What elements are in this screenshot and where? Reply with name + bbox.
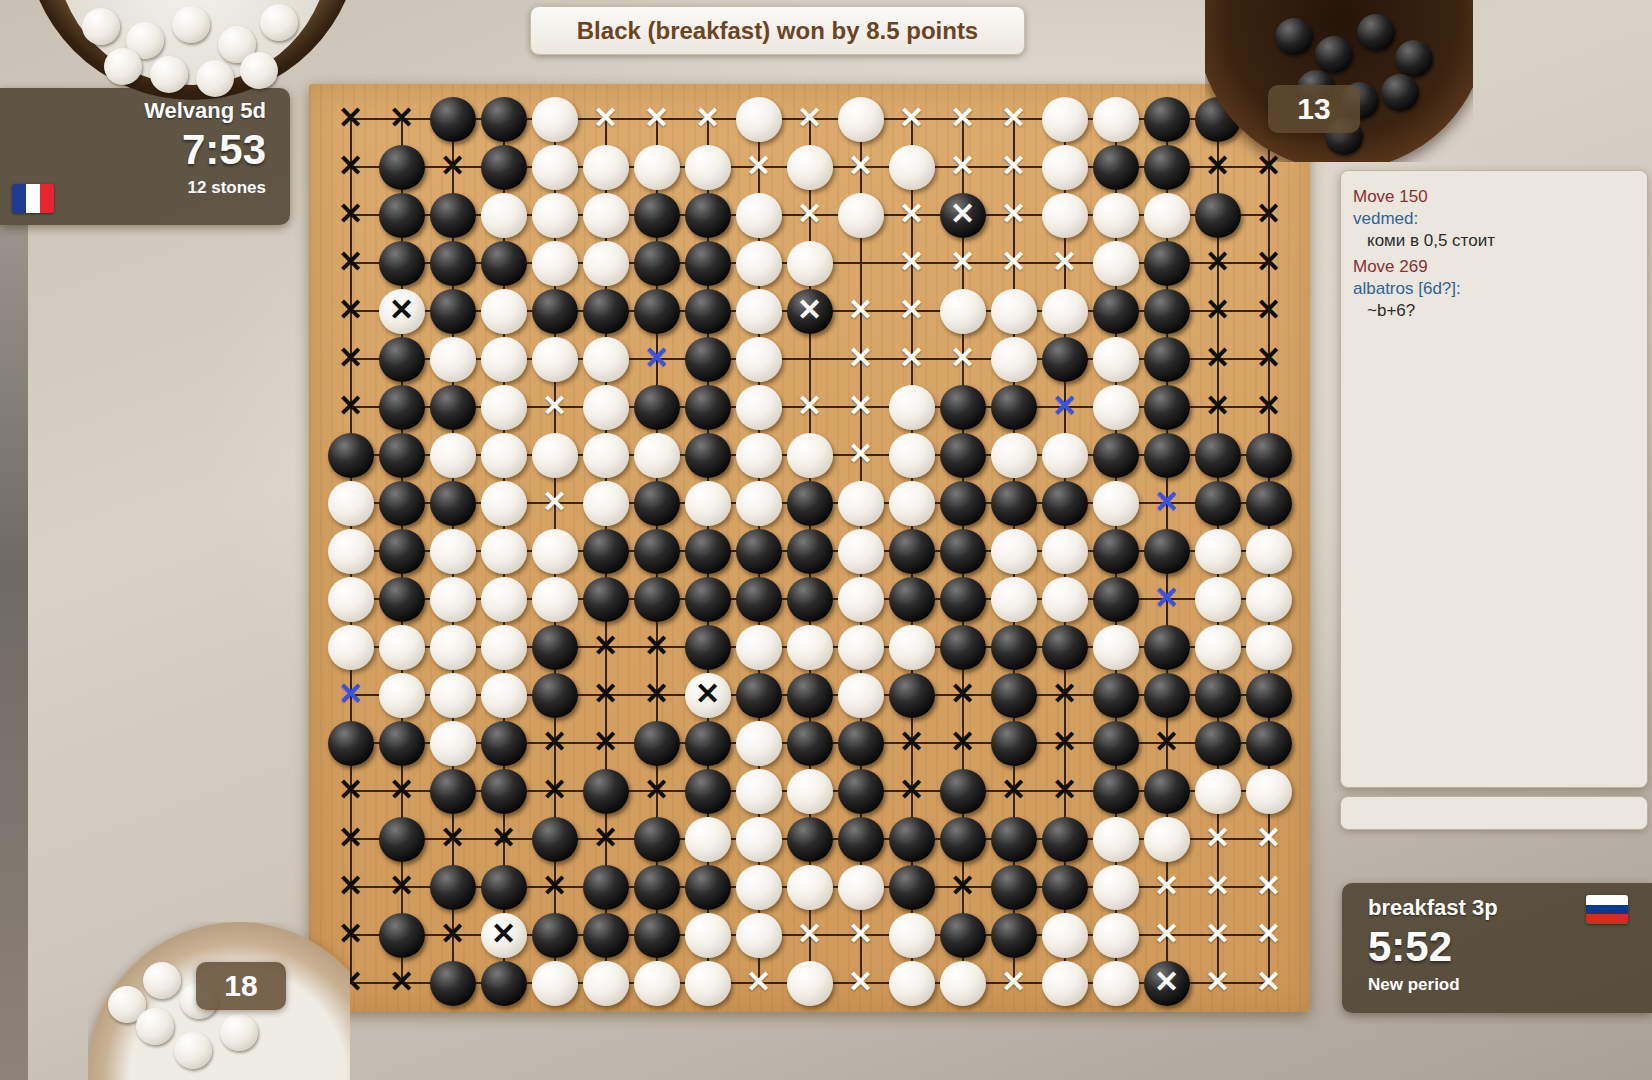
board-cell[interactable]: [427, 383, 478, 431]
board-cell[interactable]: ✕: [325, 191, 376, 239]
board-cell[interactable]: [1141, 239, 1192, 287]
board-cell[interactable]: [835, 719, 886, 767]
board-cell[interactable]: [835, 191, 886, 239]
board-cell[interactable]: [1192, 575, 1243, 623]
board-cell[interactable]: ✕: [1141, 479, 1192, 527]
board-cell[interactable]: [835, 527, 886, 575]
board-cell[interactable]: [682, 863, 733, 911]
board-cell[interactable]: [529, 335, 580, 383]
board-cell[interactable]: ✕: [376, 959, 427, 1007]
board-cell[interactable]: ✕: [580, 623, 631, 671]
board-cell[interactable]: [376, 575, 427, 623]
board-cell[interactable]: [478, 671, 529, 719]
board-cell[interactable]: [427, 527, 478, 575]
board-cell[interactable]: [733, 815, 784, 863]
board-cell[interactable]: [682, 383, 733, 431]
board-cell[interactable]: [1243, 575, 1294, 623]
board-cell[interactable]: ✕: [478, 815, 529, 863]
board-cell[interactable]: [835, 239, 886, 287]
board-cell[interactable]: [937, 431, 988, 479]
board-cell[interactable]: ✕: [631, 767, 682, 815]
board-cell[interactable]: ✕: [733, 959, 784, 1007]
board-cell[interactable]: [529, 911, 580, 959]
board-cell[interactable]: ✕: [1192, 863, 1243, 911]
board-cell[interactable]: [988, 623, 1039, 671]
board-cell[interactable]: [988, 431, 1039, 479]
board-cell[interactable]: [988, 479, 1039, 527]
board-cell[interactable]: [784, 719, 835, 767]
board-cell[interactable]: [529, 287, 580, 335]
chat-panel[interactable]: Move 150vedmed:коми в 0,5 стоитMove 269a…: [1340, 170, 1648, 788]
board-cell[interactable]: [1192, 719, 1243, 767]
board-cell[interactable]: [376, 527, 427, 575]
board-cell[interactable]: [325, 479, 376, 527]
board-cell[interactable]: ✕: [529, 863, 580, 911]
board-cell[interactable]: ✕: [1039, 719, 1090, 767]
board-cell[interactable]: [835, 95, 886, 143]
board-cell[interactable]: [937, 959, 988, 1007]
board-cell[interactable]: [529, 239, 580, 287]
board-cell[interactable]: ✕: [325, 143, 376, 191]
board-cell[interactable]: [1141, 815, 1192, 863]
board-cell[interactable]: ✕: [937, 335, 988, 383]
board-cell[interactable]: ✕: [937, 863, 988, 911]
board-cell[interactable]: [427, 863, 478, 911]
board-cell[interactable]: [886, 815, 937, 863]
board-cell[interactable]: [784, 575, 835, 623]
board-cell[interactable]: [682, 479, 733, 527]
board-cell[interactable]: [1090, 479, 1141, 527]
board-cell[interactable]: [427, 335, 478, 383]
board-cell[interactable]: [784, 239, 835, 287]
board-cell[interactable]: [988, 383, 1039, 431]
board-cell[interactable]: [1243, 767, 1294, 815]
board-cell[interactable]: [1192, 479, 1243, 527]
board-cell[interactable]: [529, 815, 580, 863]
board-cell[interactable]: ✕: [427, 815, 478, 863]
board-cell[interactable]: ✕: [1192, 959, 1243, 1007]
board-cell[interactable]: [682, 143, 733, 191]
board-cell[interactable]: ✕: [784, 95, 835, 143]
board-cell[interactable]: [1090, 911, 1141, 959]
board-cell[interactable]: [478, 863, 529, 911]
board-cell[interactable]: ✕: [937, 191, 988, 239]
board-cell[interactable]: [733, 287, 784, 335]
board-cell[interactable]: [733, 95, 784, 143]
board-cell[interactable]: [886, 911, 937, 959]
board-cell[interactable]: [325, 527, 376, 575]
board-cell[interactable]: [886, 575, 937, 623]
board-cell[interactable]: [325, 719, 376, 767]
board-cell[interactable]: [478, 335, 529, 383]
board-cell[interactable]: ✕: [1141, 863, 1192, 911]
board-cell[interactable]: ✕: [835, 335, 886, 383]
board-cell[interactable]: ✕: [1243, 863, 1294, 911]
board-cell[interactable]: [988, 335, 1039, 383]
board-cell[interactable]: [580, 143, 631, 191]
board-cell[interactable]: [886, 671, 937, 719]
board-cell[interactable]: [733, 575, 784, 623]
board-cell[interactable]: ✕: [376, 287, 427, 335]
board-cell[interactable]: [733, 335, 784, 383]
board-cell[interactable]: [427, 575, 478, 623]
board-cell[interactable]: [376, 431, 427, 479]
board-cell[interactable]: ✕: [1192, 287, 1243, 335]
board-cell[interactable]: [427, 719, 478, 767]
board-cell[interactable]: [988, 575, 1039, 623]
board-cell[interactable]: ✕: [988, 959, 1039, 1007]
board-cell[interactable]: [631, 239, 682, 287]
board-cell[interactable]: ✕: [580, 815, 631, 863]
board-cell[interactable]: ✕: [631, 95, 682, 143]
board-cell[interactable]: [1141, 95, 1192, 143]
board-cell[interactable]: [682, 623, 733, 671]
board-cell[interactable]: [1192, 191, 1243, 239]
board-cell[interactable]: [937, 479, 988, 527]
board-cell[interactable]: [733, 431, 784, 479]
board-cell[interactable]: ✕: [325, 767, 376, 815]
board-cell[interactable]: [1141, 287, 1192, 335]
board-cell[interactable]: ✕: [325, 335, 376, 383]
board-cell[interactable]: [325, 575, 376, 623]
board-cell[interactable]: [784, 671, 835, 719]
board-cell[interactable]: [580, 527, 631, 575]
board-cell[interactable]: [580, 767, 631, 815]
board-cell[interactable]: [631, 383, 682, 431]
board-cell[interactable]: ✕: [325, 383, 376, 431]
board-cell[interactable]: [733, 623, 784, 671]
board-cell[interactable]: [478, 383, 529, 431]
board-cell[interactable]: [1039, 479, 1090, 527]
board-cell[interactable]: [1141, 623, 1192, 671]
board-cell[interactable]: [376, 719, 427, 767]
board-cell[interactable]: [376, 815, 427, 863]
board-cell[interactable]: ✕: [835, 143, 886, 191]
board-cell[interactable]: ✕: [886, 719, 937, 767]
board-cell[interactable]: ✕: [937, 143, 988, 191]
board-cell[interactable]: [580, 431, 631, 479]
board-cell[interactable]: ✕: [580, 719, 631, 767]
board-cell[interactable]: [427, 287, 478, 335]
board-cell[interactable]: ✕: [784, 287, 835, 335]
board-cell[interactable]: [1039, 431, 1090, 479]
board-cell[interactable]: ✕: [937, 95, 988, 143]
board-cell[interactable]: [529, 623, 580, 671]
board-cell[interactable]: [1090, 575, 1141, 623]
board-cell[interactable]: [580, 335, 631, 383]
board-cell[interactable]: [427, 239, 478, 287]
board-cell[interactable]: [376, 623, 427, 671]
board-cell[interactable]: ✕: [529, 479, 580, 527]
board-cell[interactable]: [886, 479, 937, 527]
board-cell[interactable]: ✕: [886, 191, 937, 239]
board-cell[interactable]: [988, 527, 1039, 575]
board-cell[interactable]: ✕: [835, 911, 886, 959]
board-cell[interactable]: [937, 623, 988, 671]
board-cell[interactable]: [631, 479, 682, 527]
board-cell[interactable]: [682, 335, 733, 383]
board-cell[interactable]: [988, 671, 1039, 719]
board-cell[interactable]: [1039, 95, 1090, 143]
board-cell[interactable]: [937, 383, 988, 431]
chat-author[interactable]: vedmed:: [1353, 209, 1635, 229]
board-cell[interactable]: [580, 287, 631, 335]
board-cell[interactable]: [1141, 383, 1192, 431]
board-cell[interactable]: [1192, 431, 1243, 479]
board-cell[interactable]: ✕: [937, 719, 988, 767]
board-cell[interactable]: ✕: [1039, 239, 1090, 287]
board-cell[interactable]: ✕: [631, 335, 682, 383]
board-cell[interactable]: [835, 623, 886, 671]
board-cell[interactable]: ✕: [1192, 239, 1243, 287]
board-cell[interactable]: [427, 431, 478, 479]
board-cell[interactable]: [1039, 527, 1090, 575]
board-cell[interactable]: [937, 911, 988, 959]
board-cell[interactable]: ✕: [1039, 383, 1090, 431]
board-cell[interactable]: ✕: [631, 623, 682, 671]
board-cell[interactable]: ✕: [325, 239, 376, 287]
board-cell[interactable]: ✕: [1243, 239, 1294, 287]
board-cell[interactable]: [631, 719, 682, 767]
board-cell[interactable]: [886, 431, 937, 479]
board-cell[interactable]: ✕: [1192, 815, 1243, 863]
board-cell[interactable]: [733, 479, 784, 527]
board-cell[interactable]: [988, 815, 1039, 863]
board-cell[interactable]: ✕: [1243, 911, 1294, 959]
board-cell[interactable]: [733, 239, 784, 287]
board-cell[interactable]: [1039, 143, 1090, 191]
board-cell[interactable]: [784, 143, 835, 191]
board-cell[interactable]: ✕: [835, 383, 886, 431]
board-cell[interactable]: [529, 959, 580, 1007]
board-cell[interactable]: [835, 863, 886, 911]
board-cell[interactable]: [937, 575, 988, 623]
board-cell[interactable]: [580, 479, 631, 527]
board-cell[interactable]: [784, 767, 835, 815]
board-cell[interactable]: [682, 719, 733, 767]
board-cell[interactable]: ✕: [1192, 383, 1243, 431]
board-cell[interactable]: [733, 191, 784, 239]
board-cell[interactable]: [631, 959, 682, 1007]
board-cell[interactable]: ✕: [1039, 767, 1090, 815]
board-cell[interactable]: ✕: [1243, 959, 1294, 1007]
board-cell[interactable]: [1039, 287, 1090, 335]
board-cell[interactable]: ✕: [937, 671, 988, 719]
board-cell[interactable]: [478, 191, 529, 239]
board-cell[interactable]: [1039, 959, 1090, 1007]
board-cell[interactable]: [886, 143, 937, 191]
board-cell[interactable]: ✕: [733, 143, 784, 191]
board-cell[interactable]: [1141, 191, 1192, 239]
board-cell[interactable]: [1090, 287, 1141, 335]
board-cell[interactable]: [1090, 143, 1141, 191]
board-cell[interactable]: [1090, 815, 1141, 863]
board-cell[interactable]: [427, 479, 478, 527]
board-cell[interactable]: [1192, 671, 1243, 719]
board-cell[interactable]: [1090, 719, 1141, 767]
board-cell[interactable]: [784, 815, 835, 863]
board-cell[interactable]: [478, 527, 529, 575]
board-cell[interactable]: [835, 767, 886, 815]
board-cell[interactable]: ✕: [886, 287, 937, 335]
board-cell[interactable]: [733, 383, 784, 431]
board-cell[interactable]: [427, 671, 478, 719]
board-cell[interactable]: [1039, 911, 1090, 959]
board-cell[interactable]: [376, 671, 427, 719]
board-cell[interactable]: ✕: [1192, 335, 1243, 383]
board-cell[interactable]: [1039, 191, 1090, 239]
board-cell[interactable]: [1090, 239, 1141, 287]
board-cell[interactable]: [1192, 623, 1243, 671]
board-cell[interactable]: [1243, 479, 1294, 527]
board-cell[interactable]: [1141, 431, 1192, 479]
board-cell[interactable]: [733, 911, 784, 959]
board-cell[interactable]: [682, 767, 733, 815]
board-cell[interactable]: [1243, 671, 1294, 719]
board-cell[interactable]: [529, 143, 580, 191]
board-cell[interactable]: ✕: [1243, 383, 1294, 431]
board-cell[interactable]: [733, 767, 784, 815]
board-cell[interactable]: [580, 911, 631, 959]
board-cell[interactable]: [886, 623, 937, 671]
board-cell[interactable]: [835, 815, 886, 863]
board-cell[interactable]: [1039, 575, 1090, 623]
board-cell[interactable]: [988, 911, 1039, 959]
board-cell[interactable]: ✕: [529, 383, 580, 431]
go-board[interactable]: ✕✕✕✕✕✕✕✕✕✕✕✕✕✕✕✕✕✕✕✕✕✕✕✕✕✕✕✕✕✕✕✕✕✕✕✕✕✕✕✕…: [309, 84, 1310, 1012]
board-cell[interactable]: [733, 671, 784, 719]
board-cell[interactable]: [682, 575, 733, 623]
board-cell[interactable]: [631, 575, 682, 623]
board-cell[interactable]: [478, 479, 529, 527]
board-cell[interactable]: [1090, 191, 1141, 239]
board-cell[interactable]: [682, 239, 733, 287]
board-cell[interactable]: [631, 863, 682, 911]
board-cell[interactable]: [1243, 719, 1294, 767]
board-cell[interactable]: [937, 287, 988, 335]
board-cell[interactable]: ✕: [325, 863, 376, 911]
board-cell[interactable]: [784, 959, 835, 1007]
board-cell[interactable]: [427, 95, 478, 143]
board-cell[interactable]: [1090, 671, 1141, 719]
board-cell[interactable]: [1243, 623, 1294, 671]
board-cell[interactable]: [376, 911, 427, 959]
board-cell[interactable]: [631, 191, 682, 239]
board-cell[interactable]: [1141, 767, 1192, 815]
board-cell[interactable]: [886, 863, 937, 911]
board-cell[interactable]: [886, 527, 937, 575]
board-cell[interactable]: ✕: [376, 767, 427, 815]
board-cell[interactable]: [682, 959, 733, 1007]
board-cell[interactable]: [1141, 335, 1192, 383]
chat-input-bar[interactable]: [1340, 796, 1648, 830]
board-cell[interactable]: ✕: [1141, 575, 1192, 623]
board-cell[interactable]: [682, 911, 733, 959]
board-cell[interactable]: [427, 623, 478, 671]
board-cell[interactable]: [631, 527, 682, 575]
board-cell[interactable]: ✕: [835, 287, 886, 335]
board-cell[interactable]: [937, 527, 988, 575]
board-cell[interactable]: [937, 815, 988, 863]
board-cell[interactable]: [580, 863, 631, 911]
board-grid[interactable]: ✕✕✕✕✕✕✕✕✕✕✕✕✕✕✕✕✕✕✕✕✕✕✕✕✕✕✕✕✕✕✕✕✕✕✕✕✕✕✕✕…: [325, 95, 1294, 1007]
board-cell[interactable]: [1090, 767, 1141, 815]
board-cell[interactable]: [1090, 95, 1141, 143]
board-cell[interactable]: ✕: [835, 431, 886, 479]
board-cell[interactable]: [733, 863, 784, 911]
board-cell[interactable]: [784, 335, 835, 383]
board-cell[interactable]: [1141, 143, 1192, 191]
board-cell[interactable]: [835, 575, 886, 623]
board-cell[interactable]: [631, 143, 682, 191]
board-cell[interactable]: [427, 191, 478, 239]
board-cell[interactable]: [886, 383, 937, 431]
board-cell[interactable]: [529, 95, 580, 143]
board-cell[interactable]: [631, 431, 682, 479]
board-cell[interactable]: [478, 623, 529, 671]
board-cell[interactable]: ✕: [1243, 287, 1294, 335]
board-cell[interactable]: ✕: [1243, 191, 1294, 239]
board-cell[interactable]: [580, 959, 631, 1007]
board-cell[interactable]: [478, 239, 529, 287]
board-cell[interactable]: [631, 911, 682, 959]
board-cell[interactable]: ✕: [886, 95, 937, 143]
board-cell[interactable]: [580, 383, 631, 431]
board-cell[interactable]: [529, 431, 580, 479]
board-cell[interactable]: [580, 191, 631, 239]
board-cell[interactable]: [988, 719, 1039, 767]
board-cell[interactable]: ✕: [682, 671, 733, 719]
board-cell[interactable]: [1090, 863, 1141, 911]
board-cell[interactable]: [529, 191, 580, 239]
board-cell[interactable]: [427, 767, 478, 815]
board-cell[interactable]: [580, 575, 631, 623]
board-cell[interactable]: ✕: [631, 671, 682, 719]
board-cell[interactable]: [478, 143, 529, 191]
board-cell[interactable]: ✕: [886, 767, 937, 815]
board-cell[interactable]: [478, 575, 529, 623]
board-cell[interactable]: [631, 287, 682, 335]
board-cell[interactable]: [784, 863, 835, 911]
board-cell[interactable]: [1090, 959, 1141, 1007]
board-cell[interactable]: ✕: [937, 239, 988, 287]
board-cell[interactable]: [784, 623, 835, 671]
board-cell[interactable]: [376, 335, 427, 383]
board-cell[interactable]: ✕: [1141, 911, 1192, 959]
board-cell[interactable]: ✕: [886, 239, 937, 287]
board-cell[interactable]: ✕: [1192, 911, 1243, 959]
board-cell[interactable]: [580, 239, 631, 287]
board-cell[interactable]: [988, 863, 1039, 911]
board-cell[interactable]: [376, 383, 427, 431]
board-cell[interactable]: [529, 671, 580, 719]
board-cell[interactable]: [478, 287, 529, 335]
chat-author[interactable]: albatros [6d?]:: [1353, 279, 1635, 299]
board-cell[interactable]: ✕: [427, 911, 478, 959]
board-cell[interactable]: ✕: [886, 335, 937, 383]
board-cell[interactable]: [1192, 767, 1243, 815]
board-cell[interactable]: [988, 287, 1039, 335]
board-cell[interactable]: [1039, 815, 1090, 863]
board-cell[interactable]: [478, 431, 529, 479]
board-cell[interactable]: ✕: [784, 383, 835, 431]
board-cell[interactable]: ✕: [580, 671, 631, 719]
board-cell[interactable]: ✕: [325, 287, 376, 335]
board-cell[interactable]: [427, 959, 478, 1007]
board-cell[interactable]: [835, 671, 886, 719]
board-cell[interactable]: [1090, 335, 1141, 383]
board-cell[interactable]: [784, 431, 835, 479]
